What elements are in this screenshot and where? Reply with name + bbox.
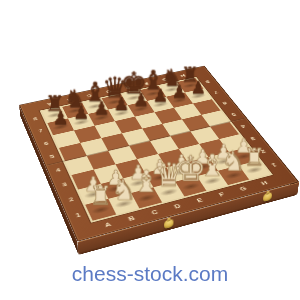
watermark: chess-stock.com [0,262,300,286]
folding-chess-case: 8877665544332211AABBCCDDEEFFGGHH ♜♞♝♛♚♝♞… [19,66,299,242]
brass-clasp-left [164,218,173,229]
brass-clasp-right [263,192,273,202]
chess-set-scene: 8877665544332211AABBCCDDEEFFGGHH ♜♞♝♛♚♝♞… [0,0,300,300]
white-rook-icon: ♜ [76,184,125,210]
piece-white-rook-a1: ♜ [85,199,116,221]
photo-canvas: 8877665544332211AABBCCDDEEFFGGHH ♜♞♝♛♚♝♞… [0,0,300,300]
